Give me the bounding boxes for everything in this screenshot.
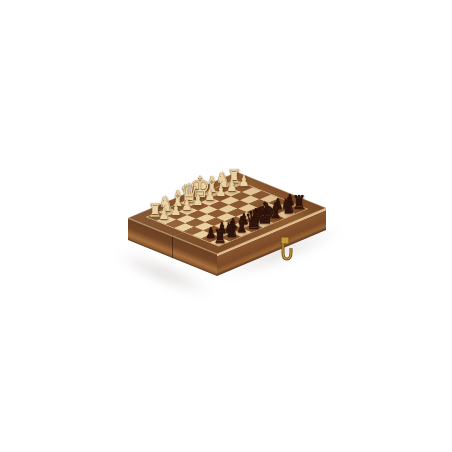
brass-clasp-icon: [276, 236, 294, 264]
hinge-seam: [172, 237, 173, 258]
chess-set-photo: ♜♞♝♛♚♝♞♜♟♟♟♟♟♟♟♟♟♟♟♟♟♟♟♟♜♞♝♛♚♝♞♜: [0, 0, 452, 452]
